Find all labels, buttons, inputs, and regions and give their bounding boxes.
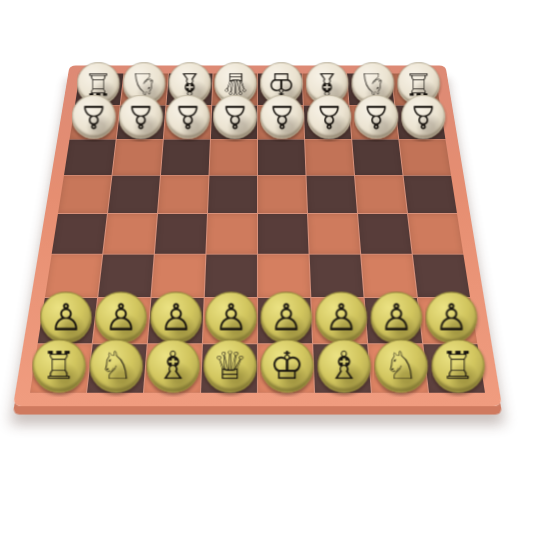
piece-yellow-bishop[interactable]: ♗ [146, 339, 200, 393]
piece-glyph: ♙ [316, 293, 366, 343]
piece-glyph: ♙ [427, 293, 477, 343]
piece-glyph: ♕ [204, 340, 255, 391]
board-square[interactable]: ♙ [148, 298, 204, 343]
board-square[interactable] [208, 176, 257, 213]
board-square[interactable]: ♖ [30, 344, 92, 393]
piece-glyph: ♖ [432, 340, 483, 391]
board-square[interactable] [310, 255, 364, 297]
board-square[interactable] [64, 140, 116, 175]
board-square[interactable] [361, 255, 417, 297]
piece-yellow-king[interactable]: ♔ [260, 339, 314, 393]
piece-glyph: ♘ [90, 340, 141, 391]
piece-glyph: ♙ [151, 293, 201, 343]
piece-yellow-bishop[interactable]: ♗ [317, 339, 371, 393]
piece-glyph: ♗ [318, 340, 369, 391]
board-square[interactable]: ♙ [164, 106, 211, 139]
piece-yellow-pawn[interactable]: ♙ [260, 291, 312, 343]
piece-glyph: ♗ [147, 340, 198, 391]
board-square[interactable]: ♕ [201, 344, 257, 393]
piece-cream-pawn[interactable]: ♙ [119, 95, 163, 139]
board-grid: ♖♘♗♕♔♗♘♖♙♙♙♙♙♙♙♙♙♙♙♙♙♙♙♙♖♘♗♕♔♗♘♖ [30, 73, 485, 392]
board-square[interactable] [358, 214, 412, 254]
board-square[interactable] [399, 140, 451, 175]
board-square[interactable] [113, 140, 163, 175]
photo-background: ♖♘♗♕♔♗♘♖♙♙♙♙♙♙♙♙♙♙♙♙♙♙♙♙♖♘♗♕♔♗♘♖ [0, 0, 533, 533]
piece-glyph: ♙ [261, 293, 311, 343]
board-square[interactable] [258, 176, 307, 213]
piece-yellow-queen[interactable]: ♕ [203, 339, 257, 393]
piece-glyph: ♙ [355, 96, 397, 138]
board-square[interactable] [258, 214, 309, 254]
board-square[interactable] [305, 140, 354, 175]
chess-board: ♖♘♗♕♔♗♘♖♙♙♙♙♙♙♙♙♙♙♙♙♙♙♙♙♖♘♗♕♔♗♘♖ [13, 65, 502, 406]
piece-glyph: ♙ [206, 293, 256, 343]
board-square[interactable]: ♙ [365, 298, 423, 343]
board-square[interactable]: ♙ [117, 106, 166, 139]
board-square[interactable]: ♙ [350, 106, 399, 139]
piece-glyph: ♔ [261, 340, 312, 391]
board-square[interactable]: ♔ [258, 344, 314, 393]
board-square[interactable]: ♙ [211, 106, 257, 139]
board-square[interactable]: ♙ [395, 106, 445, 139]
board-square[interactable] [413, 255, 470, 297]
piece-yellow-pawn[interactable]: ♙ [425, 291, 477, 343]
piece-cream-pawn[interactable]: ♙ [166, 95, 210, 139]
piece-yellow-pawn[interactable]: ♙ [95, 291, 147, 343]
piece-glyph: ♙ [308, 96, 350, 138]
piece-glyph: ♙ [96, 293, 146, 343]
board-square[interactable] [108, 176, 160, 213]
board-square[interactable] [158, 176, 208, 213]
piece-glyph: ♘ [375, 340, 426, 391]
board-square[interactable]: ♙ [418, 298, 477, 343]
board-square[interactable]: ♙ [70, 106, 120, 139]
chess-board-photo: ♖♘♗♕♔♗♘♖♙♙♙♙♙♙♙♙♙♙♙♙♙♙♙♙♖♘♗♕♔♗♘♖ [45, 1, 470, 426]
piece-yellow-pawn[interactable]: ♙ [205, 291, 257, 343]
piece-glyph: ♙ [371, 293, 421, 343]
piece-yellow-pawn[interactable]: ♙ [315, 291, 367, 343]
board-square[interactable]: ♙ [258, 298, 312, 343]
board-square[interactable]: ♙ [304, 106, 351, 139]
piece-glyph: ♖ [33, 340, 84, 391]
board-square[interactable] [161, 140, 210, 175]
board-square[interactable]: ♗ [144, 344, 202, 393]
piece-glyph: ♙ [261, 96, 303, 138]
board-square[interactable] [52, 214, 107, 254]
piece-cream-pawn[interactable]: ♙ [401, 95, 445, 139]
piece-yellow-pawn[interactable]: ♙ [370, 291, 422, 343]
board-square[interactable] [98, 255, 154, 297]
piece-glyph: ♙ [214, 96, 256, 138]
board-square[interactable]: ♘ [87, 344, 147, 393]
board-square[interactable] [209, 140, 257, 175]
piece-yellow-pawn[interactable]: ♙ [150, 291, 202, 343]
board-square[interactable]: ♗ [313, 344, 371, 393]
piece-cream-pawn[interactable]: ♙ [307, 95, 351, 139]
piece-yellow-pawn[interactable]: ♙ [40, 291, 92, 343]
board-square[interactable] [103, 214, 157, 254]
board-square[interactable] [308, 214, 360, 254]
piece-yellow-rook[interactable]: ♖ [431, 339, 485, 393]
board-square[interactable] [258, 140, 306, 175]
piece-yellow-knight[interactable]: ♘ [89, 339, 143, 393]
piece-cream-pawn[interactable]: ♙ [354, 95, 398, 139]
board-square[interactable] [45, 255, 102, 297]
board-square[interactable] [307, 176, 357, 213]
piece-glyph: ♙ [402, 96, 444, 138]
board-square[interactable] [408, 214, 463, 254]
board-square[interactable]: ♙ [311, 298, 367, 343]
board-square[interactable]: ♙ [93, 298, 151, 343]
piece-glyph: ♙ [120, 96, 162, 138]
board-square[interactable]: ♖ [423, 344, 485, 393]
piece-glyph: ♙ [167, 96, 209, 138]
board-square[interactable] [206, 214, 257, 254]
piece-glyph: ♙ [72, 96, 114, 138]
piece-cream-pawn[interactable]: ♙ [260, 95, 304, 139]
board-square[interactable] [155, 214, 207, 254]
board-square[interactable] [404, 176, 457, 213]
piece-yellow-knight[interactable]: ♘ [374, 339, 428, 393]
piece-cream-pawn[interactable]: ♙ [213, 95, 257, 139]
board-square[interactable] [352, 140, 402, 175]
piece-glyph: ♙ [41, 293, 91, 343]
piece-yellow-rook[interactable]: ♖ [32, 339, 86, 393]
board-square[interactable]: ♙ [203, 298, 257, 343]
piece-cream-pawn[interactable]: ♙ [72, 95, 116, 139]
board-square[interactable] [58, 176, 111, 213]
board-square[interactable] [355, 176, 407, 213]
board-square[interactable]: ♙ [38, 298, 97, 343]
board-square[interactable]: ♙ [258, 106, 304, 139]
board-square[interactable]: ♘ [368, 344, 428, 393]
